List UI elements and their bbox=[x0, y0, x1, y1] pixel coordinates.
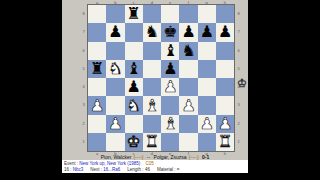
square-b3[interactable] bbox=[106, 96, 124, 114]
piece-white-pawn-b2: ♟ bbox=[108, 116, 122, 132]
piece-white-king-c1: ♚ bbox=[127, 134, 141, 150]
square-a8[interactable] bbox=[88, 5, 106, 23]
piece-black-pawn-h7: ♟ bbox=[218, 24, 232, 40]
square-b5[interactable]: ♞ bbox=[106, 60, 124, 78]
square-a4[interactable] bbox=[88, 78, 106, 96]
material-label: Material : bbox=[157, 167, 176, 172]
white-player-elo: (----) bbox=[133, 154, 143, 160]
game-result: 0-1 bbox=[202, 154, 209, 160]
event-link[interactable]: New York op, New York (1985) bbox=[79, 161, 140, 166]
piece-white-knight-b5: ♞ bbox=[108, 61, 122, 77]
square-h2[interactable]: ♟ bbox=[216, 115, 234, 133]
piece-white-bishop-d3: ♝ bbox=[145, 98, 159, 114]
players-separator: -- bbox=[147, 154, 150, 160]
square-e2[interactable]: ♝ bbox=[161, 115, 179, 133]
square-c2[interactable] bbox=[125, 115, 143, 133]
rank-labels-left: 87654321 bbox=[81, 5, 86, 151]
coord-label-5: 5 bbox=[236, 60, 241, 78]
square-h4[interactable] bbox=[216, 78, 234, 96]
square-a5[interactable]: ♜ bbox=[88, 60, 106, 78]
square-a2[interactable] bbox=[88, 115, 106, 133]
black-player-elo: (----) bbox=[189, 154, 199, 160]
square-h3[interactable] bbox=[216, 96, 234, 114]
coord-label-1: 1 bbox=[236, 133, 241, 151]
side-to-move-white-king-icon: ♔ bbox=[237, 78, 247, 90]
square-e3[interactable] bbox=[161, 96, 179, 114]
square-d6[interactable] bbox=[143, 42, 161, 60]
coord-label-8: 8 bbox=[81, 5, 86, 23]
square-d5[interactable] bbox=[143, 60, 161, 78]
square-c1[interactable]: ♚ bbox=[125, 133, 143, 151]
square-f6[interactable]: ♞ bbox=[179, 42, 197, 60]
square-d3[interactable]: ♝ bbox=[143, 96, 161, 114]
video-frame: { "game": "chess", "position": "2r5/1p1n… bbox=[0, 0, 320, 180]
length-label: Length : bbox=[127, 167, 143, 172]
square-a1[interactable] bbox=[88, 133, 106, 151]
square-e4[interactable]: ♟ bbox=[161, 78, 179, 96]
piece-white-pawn-a3: ♟ bbox=[90, 98, 104, 114]
material-value: = bbox=[177, 167, 180, 172]
coord-label-1: 1 bbox=[81, 133, 86, 151]
piece-black-bishop-e6: ♝ bbox=[163, 43, 177, 59]
piece-black-knight-f6: ♞ bbox=[181, 43, 195, 59]
square-a6[interactable] bbox=[88, 42, 106, 60]
square-d7[interactable]: ♞ bbox=[143, 23, 161, 41]
square-e6[interactable]: ♝ bbox=[161, 42, 179, 60]
piece-black-pawn-e5: ♟ bbox=[163, 61, 177, 77]
piece-black-bishop-c5: ♝ bbox=[127, 61, 141, 77]
square-e1[interactable] bbox=[161, 133, 179, 151]
square-h7[interactable]: ♟ bbox=[216, 23, 234, 41]
square-c8[interactable]: ♜ bbox=[125, 5, 143, 23]
coord-label-2: 2 bbox=[81, 115, 86, 133]
piece-white-rook-h1: ♜ bbox=[218, 134, 232, 150]
square-g2[interactable]: ♟ bbox=[198, 115, 216, 133]
move-value: Nbc3 bbox=[73, 167, 84, 172]
square-h5[interactable] bbox=[216, 60, 234, 78]
move-number-label: 16 : bbox=[64, 167, 72, 172]
piece-black-king-e7: ♚ bbox=[163, 24, 177, 40]
piece-white-pawn-f3: ♟ bbox=[181, 98, 195, 114]
coord-label-6: 6 bbox=[81, 42, 86, 60]
piece-white-bishop-e2: ♝ bbox=[163, 116, 177, 132]
square-c6[interactable] bbox=[125, 42, 143, 60]
square-g8[interactable] bbox=[198, 5, 216, 23]
square-e8[interactable] bbox=[161, 5, 179, 23]
piece-black-knight-d7: ♞ bbox=[145, 24, 159, 40]
square-b1[interactable] bbox=[106, 133, 124, 151]
piece-black-pawn-c4: ♟ bbox=[127, 79, 141, 95]
square-a7[interactable] bbox=[88, 23, 106, 41]
next-move-label: Next : bbox=[90, 167, 102, 172]
square-g4[interactable] bbox=[198, 78, 216, 96]
coord-label-6: 6 bbox=[236, 42, 241, 60]
coord-label-3: 3 bbox=[81, 96, 86, 114]
eco-code: C05 bbox=[146, 161, 154, 166]
next-move-value: 16...Ra6 bbox=[103, 167, 120, 172]
square-c3[interactable]: ♞ bbox=[125, 96, 143, 114]
square-f4[interactable] bbox=[179, 78, 197, 96]
piece-black-pawn-b7: ♟ bbox=[108, 24, 122, 40]
square-f1[interactable] bbox=[179, 133, 197, 151]
piece-white-rook-d1: ♜ bbox=[145, 134, 159, 150]
square-b2[interactable]: ♟ bbox=[106, 115, 124, 133]
game-header: Pion, Walcker(----) -- Polgar, Zsuzsa(--… bbox=[62, 155, 248, 160]
square-d8[interactable] bbox=[143, 5, 161, 23]
square-e5[interactable]: ♟ bbox=[161, 60, 179, 78]
black-player-name: Polgar, Zsuzsa bbox=[154, 154, 187, 160]
square-c5[interactable]: ♝ bbox=[125, 60, 143, 78]
piece-black-rook-c8: ♜ bbox=[127, 6, 141, 22]
white-player-name: Pion, Walcker bbox=[101, 154, 132, 160]
square-g5[interactable] bbox=[198, 60, 216, 78]
event-label: Event : bbox=[64, 161, 78, 166]
piece-white-knight-c3: ♞ bbox=[127, 98, 141, 114]
square-h8[interactable] bbox=[216, 5, 234, 23]
square-c7[interactable] bbox=[125, 23, 143, 41]
square-c4[interactable]: ♟ bbox=[125, 78, 143, 96]
square-h1[interactable]: ♜ bbox=[216, 133, 234, 151]
piece-white-pawn-g2: ♟ bbox=[200, 116, 214, 132]
square-b4[interactable] bbox=[106, 78, 124, 96]
coord-label-2: 2 bbox=[236, 115, 241, 133]
game-info-panel: Event : New York op, New York (1985) C05… bbox=[62, 160, 248, 173]
square-h6[interactable] bbox=[216, 42, 234, 60]
coord-label-3: 3 bbox=[236, 96, 241, 114]
square-g1[interactable] bbox=[198, 133, 216, 151]
square-f8[interactable] bbox=[179, 5, 197, 23]
square-b6[interactable] bbox=[106, 42, 124, 60]
square-f3[interactable]: ♟ bbox=[179, 96, 197, 114]
square-f7[interactable]: ♟ bbox=[179, 23, 197, 41]
square-d1[interactable]: ♜ bbox=[143, 133, 161, 151]
square-d4[interactable] bbox=[143, 78, 161, 96]
coord-label-4: 4 bbox=[81, 78, 86, 96]
piece-black-pawn-f7: ♟ bbox=[181, 24, 195, 40]
square-b8[interactable] bbox=[106, 5, 124, 23]
square-g3[interactable] bbox=[198, 96, 216, 114]
coord-label-8: 8 bbox=[236, 5, 241, 23]
piece-white-pawn-h2: ♟ bbox=[218, 116, 232, 132]
square-b7[interactable]: ♟ bbox=[106, 23, 124, 41]
square-e7[interactable]: ♚ bbox=[161, 23, 179, 41]
square-d2[interactable] bbox=[143, 115, 161, 133]
length-value: 46 bbox=[145, 167, 150, 172]
piece-black-pawn-g7: ♟ bbox=[200, 24, 214, 40]
piece-black-rook-a5: ♜ bbox=[90, 61, 104, 77]
coord-label-7: 7 bbox=[236, 23, 241, 41]
square-a3[interactable]: ♟ bbox=[88, 96, 106, 114]
coord-label-7: 7 bbox=[81, 23, 86, 41]
move-row: 16 : Nbc3 Next : 16...Ra6 Length : 46 Ma… bbox=[64, 167, 248, 173]
chess-board[interactable]: ♜♟♞♚♟♟♟♝♞♜♞♝♟♟♟♟♞♝♟♟♝♟♟♚♜♜ bbox=[87, 4, 235, 152]
square-f5[interactable] bbox=[179, 60, 197, 78]
piece-white-pawn-e4: ♟ bbox=[163, 79, 177, 95]
square-g7[interactable]: ♟ bbox=[198, 23, 216, 41]
coord-label-5: 5 bbox=[81, 60, 86, 78]
square-f2[interactable] bbox=[179, 115, 197, 133]
square-g6[interactable] bbox=[198, 42, 216, 60]
